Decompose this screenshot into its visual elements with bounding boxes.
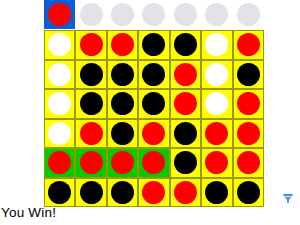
empty-slot-disc xyxy=(48,63,71,86)
board-cell-r2-c3[interactable] xyxy=(107,60,138,90)
red-disc xyxy=(237,151,260,174)
board-cell-r4-c3[interactable] xyxy=(107,119,138,149)
board-cell-r1-c2[interactable] xyxy=(75,30,106,60)
board-cell-r5-c1[interactable] xyxy=(44,148,75,178)
board-cell-r1-c1[interactable] xyxy=(44,30,75,60)
board-cell-r6-c1[interactable] xyxy=(44,178,75,208)
black-disc xyxy=(237,63,260,86)
drop-preview-disc xyxy=(80,3,103,26)
board-cell-r2-c7[interactable] xyxy=(233,60,264,90)
board-cell-r5-c3[interactable] xyxy=(107,148,138,178)
board-cell-r1-c3[interactable] xyxy=(107,30,138,60)
board-cell-r2-c6[interactable] xyxy=(201,60,232,90)
red-disc xyxy=(80,33,103,56)
blue-funnel-icon xyxy=(283,194,293,203)
board-cell-r6-c3[interactable] xyxy=(107,178,138,208)
red-disc xyxy=(80,122,103,145)
black-disc xyxy=(142,92,165,115)
board xyxy=(44,30,264,207)
black-disc xyxy=(142,63,165,86)
drop-column-7[interactable] xyxy=(233,0,264,29)
board-cell-r5-c4[interactable] xyxy=(138,148,169,178)
board-cell-r4-c4[interactable] xyxy=(138,119,169,149)
board-cell-r3-c3[interactable] xyxy=(107,89,138,119)
board-cell-r5-c7[interactable] xyxy=(233,148,264,178)
empty-slot-disc xyxy=(205,63,228,86)
drop-column-1[interactable] xyxy=(44,0,75,29)
board-cell-r2-c2[interactable] xyxy=(75,60,106,90)
board-cell-r2-c5[interactable] xyxy=(170,60,201,90)
red-disc xyxy=(111,33,134,56)
black-disc xyxy=(80,181,103,204)
board-cell-r6-c7[interactable] xyxy=(233,178,264,208)
board-cell-r3-c6[interactable] xyxy=(201,89,232,119)
selected-red-disc xyxy=(48,3,71,26)
board-cell-r4-c7[interactable] xyxy=(233,119,264,149)
drop-preview-disc xyxy=(237,3,260,26)
board-cell-r6-c6[interactable] xyxy=(201,178,232,208)
red-disc xyxy=(237,122,260,145)
drop-preview-disc xyxy=(142,3,165,26)
empty-slot-disc xyxy=(48,33,71,56)
black-disc xyxy=(48,181,71,204)
red-disc xyxy=(174,181,197,204)
red-disc xyxy=(174,63,197,86)
board-cell-r6-c2[interactable] xyxy=(75,178,106,208)
red-disc xyxy=(48,151,71,174)
black-disc xyxy=(174,122,197,145)
red-disc xyxy=(174,92,197,115)
board-cell-r3-c2[interactable] xyxy=(75,89,106,119)
board-cell-r1-c6[interactable] xyxy=(201,30,232,60)
board-cell-r1-c5[interactable] xyxy=(170,30,201,60)
red-disc xyxy=(142,181,165,204)
empty-slot-disc xyxy=(205,92,228,115)
board-cell-r1-c7[interactable] xyxy=(233,30,264,60)
black-disc xyxy=(111,63,134,86)
board-cell-r6-c4[interactable] xyxy=(138,178,169,208)
board-cell-r5-c6[interactable] xyxy=(201,148,232,178)
empty-slot-disc xyxy=(48,122,71,145)
board-cell-r3-c7[interactable] xyxy=(233,89,264,119)
red-disc xyxy=(142,151,165,174)
drop-preview-disc xyxy=(205,3,228,26)
board-cell-r3-c1[interactable] xyxy=(44,89,75,119)
board-cell-r6-c5[interactable] xyxy=(170,178,201,208)
black-disc xyxy=(111,181,134,204)
black-disc xyxy=(205,181,228,204)
red-disc xyxy=(111,151,134,174)
drop-column-4[interactable] xyxy=(138,0,169,29)
board-cell-r5-c5[interactable] xyxy=(170,148,201,178)
drop-column-3[interactable] xyxy=(107,0,138,29)
board-cell-r5-c2[interactable] xyxy=(75,148,106,178)
red-disc xyxy=(80,151,103,174)
board-cell-r3-c5[interactable] xyxy=(170,89,201,119)
drop-row xyxy=(44,0,264,29)
board-cell-r4-c6[interactable] xyxy=(201,119,232,149)
game-window: You Win! xyxy=(0,0,300,225)
drop-preview-disc xyxy=(111,3,134,26)
drop-column-6[interactable] xyxy=(201,0,232,29)
board-cell-r4-c2[interactable] xyxy=(75,119,106,149)
black-disc xyxy=(174,33,197,56)
board-cell-r2-c1[interactable] xyxy=(44,60,75,90)
red-disc xyxy=(205,122,228,145)
black-disc xyxy=(80,63,103,86)
black-disc xyxy=(111,122,134,145)
red-disc xyxy=(237,92,260,115)
empty-slot-disc xyxy=(205,33,228,56)
board-cell-r2-c4[interactable] xyxy=(138,60,169,90)
black-disc xyxy=(142,33,165,56)
black-disc xyxy=(237,181,260,204)
black-disc xyxy=(80,92,103,115)
board-cell-r3-c4[interactable] xyxy=(138,89,169,119)
drop-column-5[interactable] xyxy=(170,0,201,29)
drop-preview-disc xyxy=(174,3,197,26)
board-cell-r4-c5[interactable] xyxy=(170,119,201,149)
red-disc xyxy=(142,122,165,145)
board-cell-r4-c1[interactable] xyxy=(44,119,75,149)
black-disc xyxy=(111,92,134,115)
red-disc xyxy=(237,33,260,56)
black-disc xyxy=(174,151,197,174)
status-text: You Win! xyxy=(1,205,56,220)
drop-column-2[interactable] xyxy=(75,0,106,29)
board-cell-r1-c4[interactable] xyxy=(138,30,169,60)
empty-slot-disc xyxy=(48,92,71,115)
red-disc xyxy=(205,151,228,174)
